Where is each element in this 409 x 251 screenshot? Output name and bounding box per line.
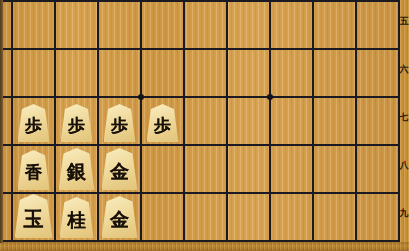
board-square[interactable] bbox=[142, 146, 183, 192]
board-square[interactable] bbox=[314, 194, 355, 240]
board-square[interactable] bbox=[357, 50, 398, 96]
board-square[interactable] bbox=[99, 50, 140, 96]
grid-line-vertical bbox=[183, 0, 185, 242]
board-square[interactable] bbox=[357, 146, 398, 192]
board-square[interactable] bbox=[142, 50, 183, 96]
board-square[interactable] bbox=[56, 50, 97, 96]
board-square[interactable] bbox=[357, 2, 398, 48]
grid-line-vertical bbox=[11, 0, 13, 242]
board-square[interactable] bbox=[99, 2, 140, 48]
board-square[interactable] bbox=[314, 98, 355, 144]
board-square[interactable] bbox=[142, 2, 183, 48]
piece-kanji: 歩 bbox=[25, 112, 42, 134]
board-square[interactable] bbox=[56, 2, 97, 48]
board-square[interactable] bbox=[271, 98, 312, 144]
board-square[interactable] bbox=[271, 146, 312, 192]
board-square[interactable] bbox=[13, 2, 54, 48]
shogi-piece-gold[interactable]: 金 bbox=[102, 196, 138, 238]
shogi-piece-silver[interactable]: 銀 bbox=[59, 148, 95, 190]
grid-line-horizontal bbox=[3, 144, 400, 146]
piece-kanji: 玉 bbox=[24, 204, 44, 229]
board-square[interactable] bbox=[228, 146, 269, 192]
piece-kanji: 金 bbox=[110, 205, 129, 229]
shogi-piece-lance[interactable]: 香 bbox=[18, 150, 50, 190]
shogi-piece-pawn[interactable]: 歩 bbox=[147, 104, 179, 142]
board-square[interactable] bbox=[228, 194, 269, 240]
shogi-piece-pawn[interactable]: 歩 bbox=[18, 104, 50, 142]
piece-kanji: 桂 bbox=[68, 206, 86, 229]
grid-line-vertical bbox=[97, 0, 99, 242]
grid-line-horizontal bbox=[3, 240, 400, 242]
rank-label: 七 bbox=[399, 112, 409, 123]
board-square[interactable] bbox=[314, 50, 355, 96]
piece-kanji: 歩 bbox=[111, 112, 128, 134]
hoshi-star-icon bbox=[267, 94, 273, 100]
board-left-edge bbox=[0, 0, 3, 243]
grid-line-vertical bbox=[140, 0, 142, 242]
board-square[interactable] bbox=[185, 146, 226, 192]
shogi-piece-pawn[interactable]: 歩 bbox=[61, 104, 93, 142]
rank-label: 九 bbox=[399, 208, 409, 219]
board-square[interactable] bbox=[228, 50, 269, 96]
board-square[interactable] bbox=[271, 50, 312, 96]
grid-line-vertical bbox=[312, 0, 314, 242]
shogi-piece-knight[interactable]: 桂 bbox=[60, 197, 94, 238]
board-square[interactable] bbox=[357, 194, 398, 240]
grid-line-vertical bbox=[355, 0, 357, 242]
shogi-board: 五六七八九 歩歩歩歩香銀金玉桂金 bbox=[0, 0, 409, 251]
board-square[interactable] bbox=[357, 98, 398, 144]
shogi-piece-king[interactable]: 玉 bbox=[15, 194, 53, 238]
grid-line-vertical bbox=[226, 0, 228, 242]
board-square[interactable] bbox=[314, 146, 355, 192]
rank-label: 六 bbox=[399, 64, 409, 75]
piece-kanji: 歩 bbox=[154, 112, 171, 134]
board-square[interactable] bbox=[142, 194, 183, 240]
grid-line-vertical bbox=[54, 0, 56, 242]
rank-label: 八 bbox=[399, 160, 409, 171]
board-square[interactable] bbox=[314, 2, 355, 48]
board-square[interactable] bbox=[185, 98, 226, 144]
grid-line-horizontal bbox=[3, 48, 400, 50]
piece-kanji: 歩 bbox=[68, 112, 85, 134]
shogi-piece-pawn[interactable]: 歩 bbox=[104, 104, 136, 142]
board-square[interactable] bbox=[185, 194, 226, 240]
shogi-piece-gold[interactable]: 金 bbox=[102, 148, 138, 190]
grid-line-horizontal bbox=[3, 96, 400, 98]
board-square[interactable] bbox=[228, 98, 269, 144]
board-bottom-margin bbox=[0, 242, 409, 251]
grid-line-vertical bbox=[269, 0, 271, 242]
board-square[interactable] bbox=[13, 50, 54, 96]
grid-line-horizontal bbox=[3, 0, 400, 2]
board-square[interactable] bbox=[185, 2, 226, 48]
hoshi-star-icon bbox=[138, 94, 144, 100]
piece-kanji: 金 bbox=[110, 157, 129, 181]
board-square[interactable] bbox=[271, 194, 312, 240]
piece-kanji: 銀 bbox=[67, 157, 86, 181]
grid-line-horizontal bbox=[3, 192, 400, 194]
board-square[interactable] bbox=[271, 2, 312, 48]
board-square[interactable] bbox=[228, 2, 269, 48]
piece-kanji: 香 bbox=[25, 159, 42, 181]
board-square[interactable] bbox=[185, 50, 226, 96]
rank-label: 五 bbox=[399, 16, 409, 27]
